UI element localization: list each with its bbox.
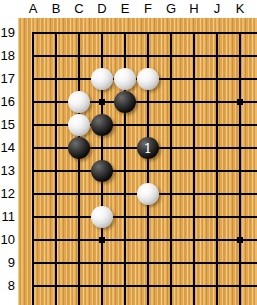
star-point-K10: [237, 237, 243, 243]
white-stone-E17: [114, 68, 136, 90]
column-label-J: J: [208, 1, 226, 17]
white-stone-C15: [68, 114, 90, 136]
white-stone-F12: [137, 183, 159, 205]
row-label-13: 13: [0, 163, 15, 179]
row-label-10: 10: [0, 232, 15, 248]
black-stone-F14: 1: [137, 137, 159, 159]
column-label-G: G: [162, 1, 180, 17]
grid-line-v-H: [193, 32, 195, 305]
grid-line-h-13: [32, 170, 257, 172]
column-label-D: D: [93, 1, 111, 17]
grid-line-h-10: [32, 239, 257, 241]
grid-line-v-A: [32, 32, 34, 305]
column-label-A: A: [24, 1, 42, 17]
row-label-9: 9: [0, 255, 15, 271]
row-label-8: 8: [0, 278, 15, 294]
column-label-K: K: [231, 1, 249, 17]
row-label-15: 15: [0, 117, 15, 133]
grid-line-h-8: [32, 285, 257, 287]
column-label-H: H: [185, 1, 203, 17]
row-label-17: 17: [0, 71, 15, 87]
black-stone-E16: [114, 91, 136, 113]
grid-line-h-11: [32, 216, 257, 218]
grid-line-v-G: [170, 32, 172, 305]
black-stone-C14: [68, 137, 90, 159]
white-stone-F17: [137, 68, 159, 90]
grid-line-h-16: [32, 101, 257, 103]
white-stone-C16: [68, 91, 90, 113]
column-label-C: C: [70, 1, 88, 17]
grid-line-v-C: [78, 32, 80, 305]
black-stone-D13: [91, 160, 113, 182]
grid-line-h-15: [32, 124, 257, 126]
white-stone-D17: [91, 68, 113, 90]
grid-line-h-9: [32, 262, 257, 264]
row-label-19: 19: [0, 25, 15, 41]
grid-line-v-J: [216, 32, 218, 305]
grid-line-h-18: [32, 55, 257, 57]
grid-line-v-B: [55, 32, 57, 305]
white-stone-D11: [91, 206, 113, 228]
row-label-12: 12: [0, 186, 15, 202]
row-label-14: 14: [0, 140, 15, 156]
black-stone-D15: [91, 114, 113, 136]
star-point-D10: [99, 237, 105, 243]
row-label-18: 18: [0, 48, 15, 64]
row-label-16: 16: [0, 94, 15, 110]
move-number-label: 1: [137, 137, 159, 159]
grid-line-h-19: [32, 32, 257, 34]
column-label-E: E: [116, 1, 134, 17]
go-board-panel: ABCDEFGHJK 1918171615141312111098 1: [0, 0, 257, 305]
column-label-B: B: [47, 1, 65, 17]
grid-line-v-K: [239, 32, 241, 305]
star-point-K16: [237, 99, 243, 105]
column-label-F: F: [139, 1, 157, 17]
row-label-11: 11: [0, 209, 15, 225]
star-point-D16: [99, 99, 105, 105]
